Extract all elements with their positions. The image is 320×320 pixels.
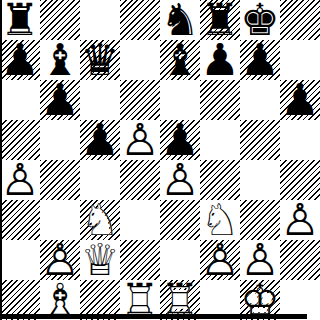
square-f7[interactable]: ♟	[200, 40, 240, 80]
square-b4[interactable]	[40, 160, 80, 200]
square-e6[interactable]	[160, 80, 200, 120]
square-c4[interactable]	[80, 160, 120, 200]
piece-white-pawn: ♙	[280, 200, 320, 240]
square-b2[interactable]: ♟♙	[40, 240, 80, 280]
square-f3[interactable]: ♞♘	[200, 200, 240, 240]
piece-black-queen: ♛	[80, 40, 120, 80]
square-b6[interactable]: ♟	[40, 80, 80, 120]
piece-black-pawn: ♟	[80, 120, 120, 160]
piece-black-bishop: ♝	[40, 40, 80, 80]
piece-black-pawn: ♟	[160, 120, 200, 160]
square-a5[interactable]	[0, 120, 40, 160]
square-a7[interactable]: ♟	[0, 40, 40, 80]
square-f5[interactable]	[200, 120, 240, 160]
square-c5[interactable]: ♟	[80, 120, 120, 160]
square-e3[interactable]	[160, 200, 200, 240]
piece-black-king: ♚	[240, 0, 280, 40]
square-a8[interactable]: ♜	[0, 0, 40, 40]
piece-black-pawn: ♟	[200, 40, 240, 80]
square-h4[interactable]	[280, 160, 320, 200]
square-e4[interactable]: ♟♙	[160, 160, 200, 200]
piece-white-pawn-fill: ♟	[40, 240, 80, 280]
square-h6[interactable]: ♟	[280, 80, 320, 120]
square-a2[interactable]	[0, 240, 40, 280]
square-f8[interactable]: ♜	[200, 0, 240, 40]
square-h5[interactable]	[280, 120, 320, 160]
piece-white-pawn: ♙	[120, 120, 160, 160]
piece-black-rook: ♜	[200, 0, 240, 40]
square-a3[interactable]	[0, 200, 40, 240]
piece-black-knight: ♞	[160, 0, 200, 40]
piece-black-pawn: ♟	[280, 80, 320, 120]
square-h7[interactable]	[280, 40, 320, 80]
piece-black-pawn: ♟	[0, 40, 40, 80]
square-e7[interactable]: ♝	[160, 40, 200, 80]
square-a6[interactable]	[0, 80, 40, 120]
square-b8[interactable]	[40, 0, 80, 40]
square-h2[interactable]	[280, 240, 320, 280]
square-e8[interactable]: ♞	[160, 0, 200, 40]
piece-white-knight-fill: ♞	[80, 200, 120, 240]
piece-white-knight-fill: ♞	[200, 200, 240, 240]
piece-white-pawn: ♙	[160, 160, 200, 200]
piece-white-pawn-fill: ♟	[240, 240, 280, 280]
piece-white-pawn-fill: ♟	[160, 160, 200, 200]
square-h3[interactable]: ♟♙	[280, 200, 320, 240]
piece-white-knight: ♘	[80, 200, 120, 240]
piece-white-pawn-fill: ♟	[120, 120, 160, 160]
piece-white-pawn: ♙	[0, 160, 40, 200]
square-b3[interactable]	[40, 200, 80, 240]
piece-white-pawn: ♙	[240, 240, 280, 280]
square-c6[interactable]	[80, 80, 120, 120]
square-e5[interactable]: ♟	[160, 120, 200, 160]
piece-black-rook: ♜	[0, 0, 40, 40]
square-f6[interactable]	[200, 80, 240, 120]
piece-white-pawn-fill: ♟	[200, 240, 240, 280]
piece-white-queen: ♕	[80, 240, 120, 280]
square-g3[interactable]	[240, 200, 280, 240]
square-g2[interactable]: ♟♙	[240, 240, 280, 280]
square-g6[interactable]	[240, 80, 280, 120]
square-g5[interactable]	[240, 120, 280, 160]
square-b7[interactable]: ♝	[40, 40, 80, 80]
square-c7[interactable]: ♛	[80, 40, 120, 80]
square-a4[interactable]: ♟♙	[0, 160, 40, 200]
chess-diagram: ♜♞♜♚♟♝♛♝♟♟♟♟♟♟♙♟♟♙♟♙♞♘♞♘♟♙♟♙♛♕♟♙♟♙♝♗♜♖♜♖…	[0, 0, 320, 320]
board-left-border	[0, 0, 2, 320]
square-c3[interactable]: ♞♘	[80, 200, 120, 240]
square-d3[interactable]	[120, 200, 160, 240]
square-g4[interactable]	[240, 160, 280, 200]
chess-board: ♜♞♜♚♟♝♛♝♟♟♟♟♟♟♙♟♟♙♟♙♞♘♞♘♟♙♟♙♛♕♟♙♟♙♝♗♜♖♜♖…	[0, 0, 320, 320]
square-d5[interactable]: ♟♙	[120, 120, 160, 160]
board-bottom-border	[0, 314, 307, 319]
piece-white-knight: ♘	[200, 200, 240, 240]
square-e2[interactable]	[160, 240, 200, 280]
square-b5[interactable]	[40, 120, 80, 160]
square-d8[interactable]	[120, 0, 160, 40]
piece-white-pawn-fill: ♟	[0, 160, 40, 200]
square-f2[interactable]: ♟♙	[200, 240, 240, 280]
square-c2[interactable]: ♛♕	[80, 240, 120, 280]
square-d6[interactable]	[120, 80, 160, 120]
square-f4[interactable]	[200, 160, 240, 200]
square-h8[interactable]	[280, 0, 320, 40]
piece-black-bishop: ♝	[160, 40, 200, 80]
square-d4[interactable]	[120, 160, 160, 200]
square-d7[interactable]	[120, 40, 160, 80]
piece-white-pawn: ♙	[40, 240, 80, 280]
piece-white-pawn-fill: ♟	[280, 200, 320, 240]
square-d2[interactable]	[120, 240, 160, 280]
piece-black-pawn: ♟	[240, 40, 280, 80]
piece-white-pawn: ♙	[200, 240, 240, 280]
square-c8[interactable]	[80, 0, 120, 40]
piece-white-queen-fill: ♛	[80, 240, 120, 280]
piece-black-pawn: ♟	[40, 80, 80, 120]
square-g7[interactable]: ♟	[240, 40, 280, 80]
square-g8[interactable]: ♚	[240, 0, 280, 40]
